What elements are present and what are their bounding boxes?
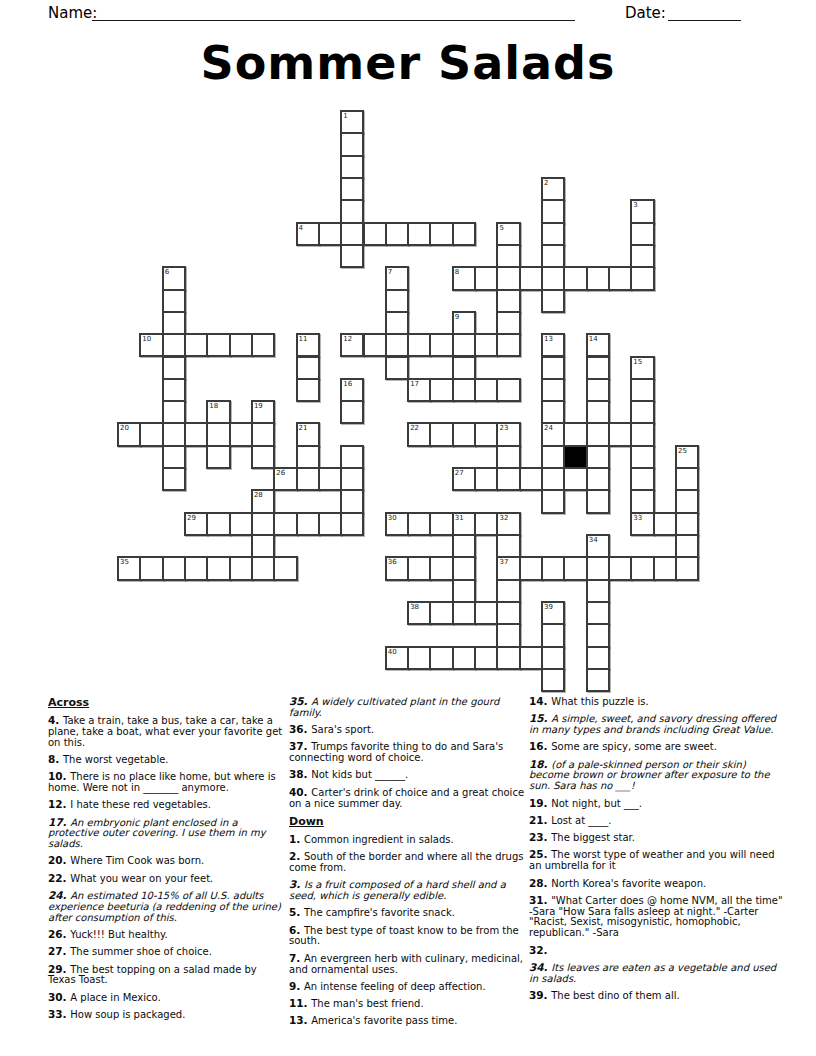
crossword-cell[interactable]: 10 bbox=[139, 333, 163, 357]
clue-31: 31. "What Carter does @ home NVM, all th… bbox=[529, 895, 785, 939]
cell-number: 15 bbox=[633, 358, 642, 366]
black-cell bbox=[563, 445, 587, 469]
clue-15: 15. A simple, sweet, and savory dressing… bbox=[529, 713, 785, 736]
clue-7: 7. An evergreen herb with culinary, medi… bbox=[289, 953, 526, 976]
crossword-cell[interactable]: 6 bbox=[162, 266, 186, 290]
crossword-grid: 1234567891011121314151617181920212223242… bbox=[117, 110, 701, 694]
crossword-cell[interactable] bbox=[496, 266, 520, 290]
crossword-cell[interactable] bbox=[630, 222, 654, 246]
crossword-cell[interactable] bbox=[541, 378, 565, 402]
cell-number: 20 bbox=[120, 424, 129, 432]
cell-number: 4 bbox=[299, 224, 303, 232]
crossword-cell[interactable] bbox=[630, 378, 654, 402]
crossword-cell[interactable] bbox=[162, 378, 186, 402]
crossword-cell[interactable] bbox=[519, 646, 543, 670]
crossword-cell[interactable] bbox=[519, 467, 543, 491]
crossword-cell[interactable] bbox=[452, 601, 476, 625]
cell-number: 10 bbox=[142, 335, 151, 343]
cell-number: 19 bbox=[254, 402, 263, 410]
crossword-cell[interactable] bbox=[675, 534, 699, 558]
crossword-cell[interactable] bbox=[162, 556, 186, 580]
crossword-cell[interactable] bbox=[318, 467, 342, 491]
crossword-cell[interactable] bbox=[251, 534, 275, 558]
crossword-cell[interactable]: 23 bbox=[496, 422, 520, 446]
crossword-cell[interactable] bbox=[541, 222, 565, 246]
crossword-cell[interactable] bbox=[653, 512, 677, 536]
cell-number: 33 bbox=[633, 514, 642, 522]
crossword-cell[interactable] bbox=[630, 467, 654, 491]
crossword-cell[interactable]: 18 bbox=[206, 400, 230, 424]
clue-30: 30. A place in Mexico. bbox=[48, 992, 285, 1004]
crossword-cell[interactable] bbox=[251, 445, 275, 469]
cell-number: 39 bbox=[544, 603, 553, 611]
crossword-cell[interactable]: 39 bbox=[541, 601, 565, 625]
crossword-cell[interactable] bbox=[496, 244, 520, 268]
crossword-cell[interactable] bbox=[586, 623, 610, 647]
clue-column-2: 35. A widely cultivated plant in the gou… bbox=[289, 696, 526, 1033]
crossword-cell[interactable] bbox=[608, 556, 632, 580]
clue-40: 40. Carter's drink of choice and a great… bbox=[289, 787, 526, 810]
cell-number: 2 bbox=[544, 179, 548, 187]
cell-number: 22 bbox=[410, 424, 419, 432]
clue-column-1: Across4. Take a train, take a bus, take … bbox=[48, 696, 285, 1026]
crossword-cell[interactable] bbox=[318, 222, 342, 246]
crossword-cell[interactable] bbox=[474, 266, 498, 290]
clue-25: 25. The worst type of weather and you wi… bbox=[529, 849, 785, 872]
clue-39: 39. The best dino of them all. bbox=[529, 990, 785, 1002]
crossword-cell[interactable] bbox=[541, 646, 565, 670]
crossword-cell[interactable] bbox=[519, 556, 543, 580]
crossword-cell[interactable] bbox=[251, 556, 275, 580]
crossword-cell[interactable] bbox=[139, 422, 163, 446]
crossword-cell[interactable] bbox=[586, 489, 610, 513]
clue-8: 8. The worst vegetable. bbox=[48, 754, 285, 766]
crossword-cell[interactable] bbox=[541, 668, 565, 692]
crossword-cell[interactable] bbox=[630, 266, 654, 290]
clue-1: 1. Common ingredient in salads. bbox=[289, 834, 526, 846]
cell-number: 28 bbox=[254, 491, 263, 499]
crossword-cell[interactable] bbox=[563, 422, 587, 446]
crossword-cell[interactable] bbox=[452, 579, 476, 603]
clue-34: 34. Its leaves are eaten as a vegetable … bbox=[529, 962, 785, 985]
crossword-cell[interactable] bbox=[496, 289, 520, 313]
crossword-cell[interactable] bbox=[229, 333, 253, 357]
clue-10: 10. There is no place like home, but whe… bbox=[48, 771, 285, 794]
cell-number: 37 bbox=[499, 558, 508, 566]
cell-number: 3 bbox=[633, 201, 637, 209]
crossword-cell[interactable]: 2 bbox=[541, 177, 565, 201]
crossword-cell[interactable]: 37 bbox=[496, 556, 520, 580]
crossword-cell[interactable] bbox=[162, 356, 186, 380]
crossword-cell[interactable] bbox=[229, 556, 253, 580]
crossword-cell[interactable] bbox=[608, 422, 632, 446]
crossword-cell[interactable] bbox=[541, 445, 565, 469]
crossword-cell[interactable] bbox=[653, 556, 677, 580]
crossword-cell[interactable]: 33 bbox=[630, 512, 654, 536]
crossword-cell[interactable] bbox=[407, 512, 431, 536]
clue-16: 16. Some are spicy, some are sweet. bbox=[529, 741, 785, 753]
crossword-cell[interactable] bbox=[407, 333, 431, 357]
crossword-cell[interactable]: 29 bbox=[184, 512, 208, 536]
crossword-cell[interactable] bbox=[296, 512, 320, 536]
crossword-cell[interactable] bbox=[586, 579, 610, 603]
crossword-cell[interactable] bbox=[541, 623, 565, 647]
crossword-cell[interactable]: 27 bbox=[452, 467, 476, 491]
clue-3: 3. Is a fruit composed of a hard shell a… bbox=[289, 879, 526, 902]
crossword-cell[interactable] bbox=[586, 356, 610, 380]
crossword-cell[interactable] bbox=[162, 422, 186, 446]
crossword-cell[interactable] bbox=[385, 289, 409, 313]
crossword-cell[interactable]: 11 bbox=[296, 333, 320, 357]
crossword-cell[interactable] bbox=[541, 489, 565, 513]
crossword-cell[interactable] bbox=[630, 489, 654, 513]
crossword-cell[interactable]: 17 bbox=[407, 378, 431, 402]
crossword-cell[interactable] bbox=[586, 467, 610, 491]
crossword-cell[interactable] bbox=[318, 512, 342, 536]
clue-27: 27. The summer shoe of choice. bbox=[48, 946, 285, 958]
cell-number: 1 bbox=[343, 112, 347, 120]
crossword-cell[interactable] bbox=[474, 333, 498, 357]
crossword-cell[interactable] bbox=[363, 333, 387, 357]
crossword-cell[interactable]: 14 bbox=[586, 333, 610, 357]
crossword-cell[interactable] bbox=[541, 289, 565, 313]
crossword-cell[interactable]: 40 bbox=[385, 646, 409, 670]
crossword-cell[interactable] bbox=[496, 534, 520, 558]
clue-13: 13. America's favorite pass time. bbox=[289, 1015, 526, 1027]
cell-number: 18 bbox=[209, 402, 218, 410]
clue-37: 37. Trumps favorite thing to do and Sara… bbox=[289, 741, 526, 764]
name-label: Name: bbox=[48, 4, 97, 22]
clue-12: 12. I hate these red vegetables. bbox=[48, 799, 285, 811]
crossword-cell[interactable]: 13 bbox=[541, 333, 565, 357]
crossword-cell[interactable] bbox=[586, 266, 610, 290]
crossword-cell[interactable]: 8 bbox=[452, 266, 476, 290]
crossword-cell[interactable] bbox=[452, 534, 476, 558]
cell-number: 5 bbox=[499, 224, 503, 232]
crossword-cell[interactable] bbox=[407, 556, 431, 580]
crossword-cell[interactable] bbox=[563, 266, 587, 290]
crossword-cell[interactable] bbox=[675, 467, 699, 491]
crossword-cell[interactable]: 32 bbox=[496, 512, 520, 536]
crossword-cell[interactable] bbox=[474, 601, 498, 625]
crossword-cell[interactable] bbox=[162, 400, 186, 424]
crossword-cell[interactable] bbox=[229, 422, 253, 446]
crossword-cell[interactable] bbox=[541, 244, 565, 268]
clue-20: 20. Where Tim Cook was born. bbox=[48, 855, 285, 867]
crossword-cell[interactable] bbox=[541, 400, 565, 424]
crossword-cell[interactable] bbox=[496, 579, 520, 603]
crossword-cell[interactable] bbox=[385, 333, 409, 357]
crossword-cell[interactable] bbox=[496, 623, 520, 647]
crossword-cell[interactable] bbox=[429, 646, 453, 670]
clue-column-3: 14. What this puzzle is.15. A simple, sw… bbox=[529, 696, 785, 1007]
cell-number: 36 bbox=[388, 558, 397, 566]
crossword-cell[interactable] bbox=[385, 356, 409, 380]
crossword-cell[interactable] bbox=[630, 422, 654, 446]
cell-number: 12 bbox=[343, 335, 352, 343]
clue-32: 32. bbox=[529, 945, 785, 957]
crossword-cell[interactable] bbox=[429, 601, 453, 625]
clue-6: 6. The best type of toast know to be fro… bbox=[289, 925, 526, 948]
crossword-cell[interactable] bbox=[586, 668, 610, 692]
cell-number: 26 bbox=[276, 469, 285, 477]
crossword-cell[interactable] bbox=[496, 445, 520, 469]
crossword-cell[interactable] bbox=[452, 378, 476, 402]
crossword-cell[interactable] bbox=[586, 646, 610, 670]
crossword-cell[interactable] bbox=[296, 356, 320, 380]
cell-number: 30 bbox=[388, 514, 397, 522]
crossword-cell[interactable] bbox=[452, 422, 476, 446]
crossword-cell[interactable] bbox=[541, 356, 565, 380]
crossword-cell[interactable]: 21 bbox=[296, 422, 320, 446]
crossword-cell[interactable] bbox=[340, 445, 364, 469]
cell-number: 29 bbox=[187, 514, 196, 522]
crossword-cell[interactable] bbox=[251, 512, 275, 536]
crossword-cell[interactable] bbox=[675, 556, 699, 580]
clue-14: 14. What this puzzle is. bbox=[529, 696, 785, 708]
crossword-cell[interactable] bbox=[407, 222, 431, 246]
cell-number: 17 bbox=[410, 380, 419, 388]
crossword-cell[interactable] bbox=[541, 556, 565, 580]
crossword-cell[interactable]: 12 bbox=[340, 333, 364, 357]
clue-38: 38. Not kids but ______. bbox=[289, 769, 526, 781]
crossword-cell[interactable] bbox=[206, 333, 230, 357]
crossword-cell[interactable] bbox=[452, 222, 476, 246]
crossword-cell[interactable] bbox=[206, 512, 230, 536]
clue-18: 18. (of a pale-skinned person or their s… bbox=[529, 759, 785, 792]
crossword-cell[interactable] bbox=[251, 333, 275, 357]
clue-28: 28. North Korea's favorite weapon. bbox=[529, 878, 785, 890]
name-input-line[interactable] bbox=[92, 2, 575, 21]
crossword-cell[interactable] bbox=[675, 512, 699, 536]
crossword-cell[interactable]: 36 bbox=[385, 556, 409, 580]
cell-number: 23 bbox=[499, 424, 508, 432]
crossword-cell[interactable] bbox=[273, 556, 297, 580]
crossword-cell[interactable] bbox=[162, 467, 186, 491]
crossword-cell[interactable] bbox=[385, 222, 409, 246]
clue-11: 11. The man's best friend. bbox=[289, 998, 526, 1010]
crossword-cell[interactable] bbox=[586, 422, 610, 446]
crossword-cell[interactable] bbox=[385, 311, 409, 335]
cell-number: 21 bbox=[299, 424, 308, 432]
crossword-cell[interactable]: 34 bbox=[586, 534, 610, 558]
crossword-cell[interactable] bbox=[206, 422, 230, 446]
crossword-cell[interactable]: 31 bbox=[452, 512, 476, 536]
crossword-cell[interactable] bbox=[340, 467, 364, 491]
clue-23: 23. The biggest star. bbox=[529, 832, 785, 844]
crossword-cell[interactable] bbox=[429, 422, 453, 446]
crossword-cell[interactable] bbox=[496, 646, 520, 670]
crossword-cell[interactable] bbox=[429, 556, 453, 580]
crossword-cell[interactable] bbox=[541, 467, 565, 491]
crossword-cell[interactable] bbox=[162, 333, 186, 357]
crossword-cell[interactable] bbox=[452, 356, 476, 380]
crossword-cell[interactable] bbox=[296, 378, 320, 402]
crossword-cell[interactable] bbox=[340, 512, 364, 536]
clue-29: 29. The best topping on a salad made by … bbox=[48, 964, 285, 987]
crossword-cell[interactable] bbox=[340, 489, 364, 513]
cell-number: 32 bbox=[499, 514, 508, 522]
crossword-cell[interactable]: 26 bbox=[273, 467, 297, 491]
crossword-cell[interactable] bbox=[675, 489, 699, 513]
crossword-cell[interactable]: 5 bbox=[496, 222, 520, 246]
crossword-cell[interactable]: 15 bbox=[630, 356, 654, 380]
cell-number: 27 bbox=[455, 469, 464, 477]
cell-number: 9 bbox=[455, 313, 459, 321]
cell-number: 38 bbox=[410, 603, 419, 611]
date-input-line[interactable] bbox=[668, 2, 741, 21]
cell-number: 13 bbox=[544, 335, 553, 343]
crossword-cell[interactable] bbox=[496, 333, 520, 357]
crossword-cell[interactable] bbox=[563, 556, 587, 580]
crossword-cell[interactable]: 3 bbox=[630, 199, 654, 223]
crossword-cell[interactable]: 30 bbox=[385, 512, 409, 536]
cell-number: 34 bbox=[589, 536, 598, 544]
cell-number: 6 bbox=[165, 268, 169, 276]
cell-number: 11 bbox=[299, 335, 308, 343]
clue-26: 26. Yuck!!! But healthy. bbox=[48, 929, 285, 941]
crossword-cell[interactable] bbox=[340, 244, 364, 268]
crossword-cell[interactable]: 28 bbox=[251, 489, 275, 513]
clue-section-header-down: Down bbox=[289, 815, 526, 828]
clue-22: 22. What you wear on your feet. bbox=[48, 873, 285, 885]
clue-33: 33. How soup is packaged. bbox=[48, 1009, 285, 1021]
crossword-cell[interactable] bbox=[340, 155, 364, 179]
crossword-cell[interactable] bbox=[363, 222, 387, 246]
crossword-cell[interactable]: 16 bbox=[340, 378, 364, 402]
crossword-cell[interactable] bbox=[184, 333, 208, 357]
clue-21: 21. Lost at ____. bbox=[529, 815, 785, 827]
crossword-cell[interactable] bbox=[184, 422, 208, 446]
crossword-cell[interactable] bbox=[474, 422, 498, 446]
crossword-cell[interactable] bbox=[340, 199, 364, 223]
crossword-cell[interactable] bbox=[429, 333, 453, 357]
cell-number: 7 bbox=[388, 268, 392, 276]
crossword-cell[interactable] bbox=[162, 311, 186, 335]
crossword-cell[interactable] bbox=[586, 378, 610, 402]
crossword-cell[interactable] bbox=[251, 422, 275, 446]
crossword-cell[interactable] bbox=[541, 199, 565, 223]
cell-number: 31 bbox=[455, 514, 464, 522]
clue-17: 17. An embryonic plant enclosed in a pro… bbox=[48, 817, 285, 850]
crossword-cell[interactable] bbox=[452, 333, 476, 357]
crossword-cell[interactable] bbox=[452, 556, 476, 580]
crossword-cell[interactable] bbox=[340, 400, 364, 424]
crossword-cell[interactable] bbox=[340, 177, 364, 201]
clue-19: 19. Not night, but ___. bbox=[529, 798, 785, 810]
cell-number: 24 bbox=[544, 424, 553, 432]
crossword-cell[interactable] bbox=[139, 556, 163, 580]
cell-number: 25 bbox=[678, 447, 687, 455]
crossword-cell[interactable]: 22 bbox=[407, 422, 431, 446]
crossword-cell[interactable]: 9 bbox=[452, 311, 476, 335]
crossword-cell[interactable] bbox=[608, 266, 632, 290]
crossword-cell[interactable] bbox=[184, 556, 208, 580]
crossword-cell[interactable] bbox=[586, 556, 610, 580]
clue-4: 4. Take a train, take a bus, take a car,… bbox=[48, 715, 285, 748]
crossword-cell[interactable]: 38 bbox=[407, 601, 431, 625]
crossword-cell[interactable] bbox=[206, 445, 230, 469]
crossword-cell[interactable] bbox=[586, 400, 610, 424]
crossword-cell[interactable] bbox=[162, 445, 186, 469]
clue-35: 35. A widely cultivated plant in the gou… bbox=[289, 696, 526, 719]
crossword-cell[interactable] bbox=[630, 400, 654, 424]
clue-36: 36. Sara's sport. bbox=[289, 724, 526, 736]
crossword-cell[interactable] bbox=[229, 512, 253, 536]
crossword-cell[interactable] bbox=[496, 311, 520, 335]
crossword-cell[interactable] bbox=[340, 132, 364, 156]
crossword-cell[interactable] bbox=[586, 601, 610, 625]
crossword-cell[interactable] bbox=[630, 244, 654, 268]
cell-number: 16 bbox=[343, 380, 352, 388]
date-label: Date: bbox=[625, 4, 666, 22]
crossword-cell[interactable]: 4 bbox=[296, 222, 320, 246]
crossword-cell[interactable] bbox=[429, 378, 453, 402]
header-row: Name: Date: bbox=[48, 2, 768, 24]
clue-24: 24. An estimated 10-15% of all U.S. adul… bbox=[48, 890, 285, 923]
crossword-cell[interactable]: 25 bbox=[675, 445, 699, 469]
crossword-cell[interactable]: 7 bbox=[385, 266, 409, 290]
crossword-cell[interactable] bbox=[630, 556, 654, 580]
crossword-cell[interactable]: 1 bbox=[340, 110, 364, 134]
crossword-cell[interactable] bbox=[630, 445, 654, 469]
crossword-cell[interactable] bbox=[586, 445, 610, 469]
crossword-cell[interactable] bbox=[541, 266, 565, 290]
crossword-cell[interactable] bbox=[496, 378, 520, 402]
crossword-cell[interactable] bbox=[296, 445, 320, 469]
cell-number: 8 bbox=[455, 268, 459, 276]
crossword-cell[interactable] bbox=[474, 512, 498, 536]
crossword-cell[interactable] bbox=[474, 646, 498, 670]
cell-number: 14 bbox=[589, 335, 598, 343]
crossword-cell[interactable] bbox=[206, 556, 230, 580]
crossword-cell[interactable] bbox=[474, 467, 498, 491]
clue-2: 2. South of the border and where all the… bbox=[289, 851, 526, 874]
crossword-cell[interactable] bbox=[452, 646, 476, 670]
crossword-cell[interactable]: 35 bbox=[117, 556, 141, 580]
crossword-cell[interactable] bbox=[340, 222, 364, 246]
crossword-cell[interactable] bbox=[496, 467, 520, 491]
crossword-cell[interactable] bbox=[273, 512, 297, 536]
crossword-cell[interactable] bbox=[563, 467, 587, 491]
crossword-cell[interactable] bbox=[162, 289, 186, 313]
clue-5: 5. The campfire's favorite snack. bbox=[289, 907, 526, 919]
crossword-cell[interactable]: 19 bbox=[251, 400, 275, 424]
cell-number: 35 bbox=[120, 558, 129, 566]
clue-9: 9. An intense feeling of deep affection. bbox=[289, 981, 526, 993]
clue-section-header-across: Across bbox=[48, 696, 285, 709]
crossword-cell[interactable] bbox=[474, 378, 498, 402]
crossword-cell[interactable]: 20 bbox=[117, 422, 141, 446]
cell-number: 40 bbox=[388, 648, 397, 656]
crossword-cell[interactable]: 24 bbox=[541, 422, 565, 446]
crossword-cell[interactable] bbox=[429, 512, 453, 536]
puzzle-title: Sommer Salads bbox=[0, 36, 816, 90]
crossword-cell[interactable] bbox=[496, 601, 520, 625]
crossword-cell[interactable] bbox=[519, 266, 543, 290]
crossword-cell[interactable] bbox=[407, 646, 431, 670]
crossword-cell[interactable] bbox=[429, 222, 453, 246]
crossword-cell[interactable] bbox=[296, 467, 320, 491]
